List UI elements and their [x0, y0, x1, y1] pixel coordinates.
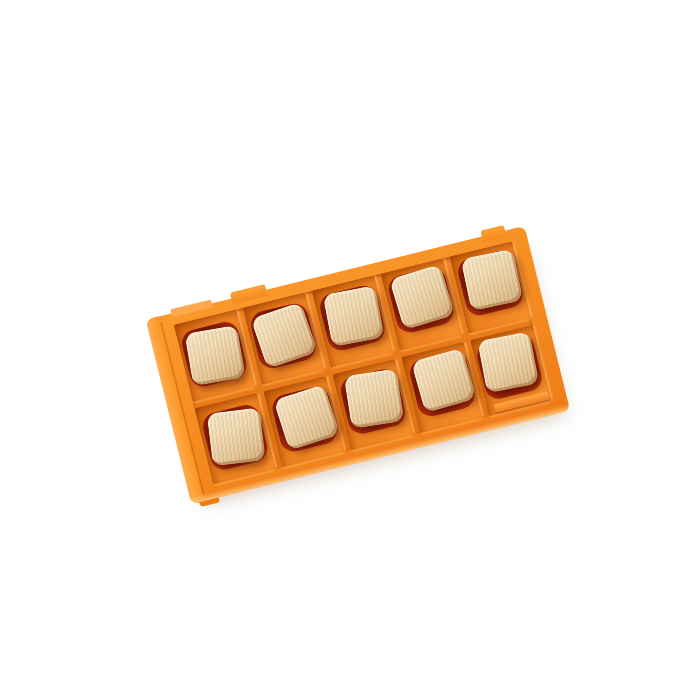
- carbide-insert: [477, 332, 539, 394]
- tray-rim-tab-bottomleft: [199, 494, 220, 507]
- tray-cell-r0c3: [381, 258, 462, 350]
- tray-rim-step-topleft: [170, 299, 213, 317]
- tray-cell-r1c3: [401, 341, 482, 433]
- tray-rim-tab-left: [230, 284, 268, 304]
- carbide-insert: [343, 369, 404, 430]
- tray-rim-tab-right: [480, 225, 506, 242]
- insert-tray: [146, 226, 570, 504]
- carbide-insert: [460, 248, 523, 311]
- tray-cell-r0c2: [312, 276, 393, 368]
- tray-cell-r0c1: [243, 293, 324, 385]
- carbide-insert: [322, 285, 384, 347]
- tray-cell-r1c0: [195, 393, 276, 485]
- tray-cell-r0c0: [174, 310, 255, 402]
- tray-cell-r0c4: [450, 241, 531, 333]
- tray-cell-r1c2: [332, 359, 413, 451]
- carbide-insert: [184, 325, 245, 386]
- carbide-insert: [206, 408, 265, 467]
- tray-grid: [174, 241, 551, 484]
- photo-canvas: [0, 0, 700, 700]
- tray-cell-r1c1: [263, 376, 344, 468]
